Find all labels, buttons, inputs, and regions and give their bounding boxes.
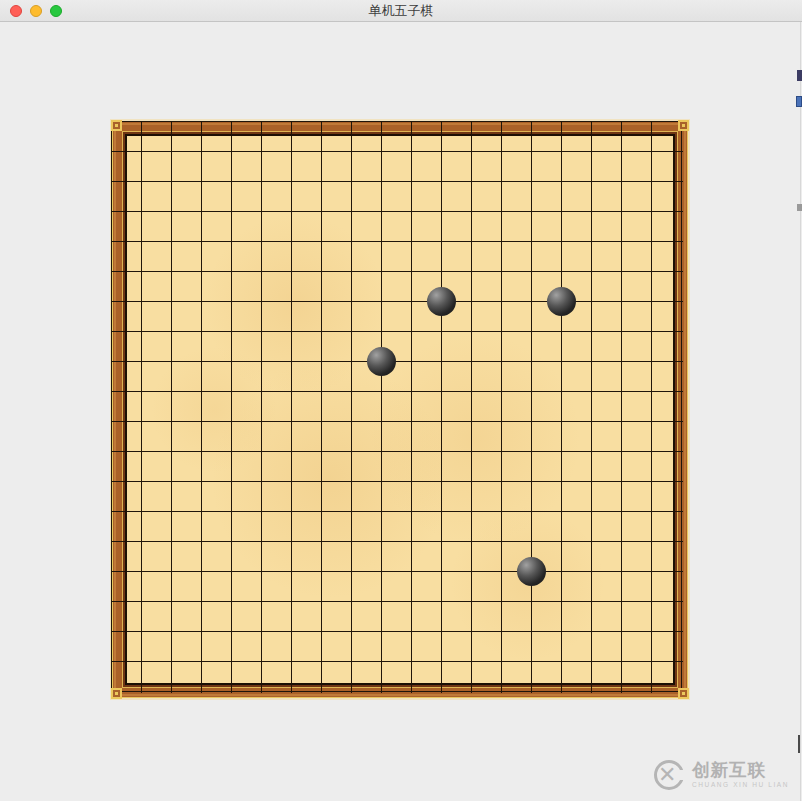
app-window: { "window": { "title": "单机五子棋", "control… <box>0 0 802 801</box>
black-stone <box>547 287 576 316</box>
black-stone <box>367 347 396 376</box>
titlebar[interactable]: 单机五子棋 <box>0 0 802 22</box>
zoom-button[interactable] <box>50 5 62 17</box>
black-stone <box>427 287 456 316</box>
watermark: ✕ 创新互联 CHUANG XIN HU LIAN <box>652 753 798 797</box>
scrollbar-track[interactable] <box>800 22 801 801</box>
gomoku-board[interactable] <box>110 119 690 700</box>
scrollbar-mark <box>797 70 802 81</box>
cx-circle-logo-icon: ✕ <box>652 758 686 792</box>
scrollbar-mark <box>797 204 802 211</box>
close-button[interactable] <box>10 5 22 17</box>
scrollbar-mark <box>796 96 802 107</box>
watermark-brand: 创新互联 <box>692 762 789 780</box>
minimize-button[interactable] <box>30 5 42 17</box>
watermark-subtext: CHUANG XIN HU LIAN <box>692 782 789 789</box>
window-controls <box>10 5 62 17</box>
board-field <box>110 119 690 700</box>
black-stone <box>517 557 546 586</box>
window-title: 单机五子棋 <box>0 0 802 21</box>
scrollbar-mark <box>798 735 800 753</box>
